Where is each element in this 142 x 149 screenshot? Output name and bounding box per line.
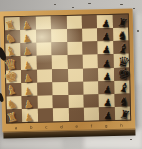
surface-mark xyxy=(137,30,139,32)
square-c2r6[interactable] xyxy=(37,95,53,108)
square-c6r2[interactable]: ♟ xyxy=(98,41,114,54)
square-c4r2[interactable] xyxy=(67,42,83,55)
square-c5r5[interactable] xyxy=(83,81,99,94)
square-c1r6[interactable]: ♟ xyxy=(22,95,38,108)
file-label: g xyxy=(105,123,108,128)
square-c6r5[interactable]: ♟ xyxy=(98,81,114,94)
square-c0r5[interactable]: ♝ xyxy=(6,83,22,96)
square-c7r1[interactable]: ♞ xyxy=(113,28,129,41)
square-c1r1[interactable]: ♟ xyxy=(20,30,36,43)
square-c1r7[interactable]: ♟ xyxy=(22,109,38,122)
board-grid: ♜♟♟♜♞♟♟♞♝♟♟♝♛♟♟♛♚♟♟♚♝♟♟♝♞♟♟♞♜♟♟♜ xyxy=(4,14,131,124)
square-c5r7[interactable] xyxy=(84,107,100,120)
square-c0r1[interactable]: ♞ xyxy=(5,30,21,43)
square-c3r7[interactable] xyxy=(53,108,69,121)
surface-mark xyxy=(72,7,74,8)
file-label: d xyxy=(60,124,63,129)
piece-black-rook[interactable]: ♜ xyxy=(119,108,132,122)
file-label: a xyxy=(15,125,18,130)
surface-mark xyxy=(88,3,91,4)
square-c7r5[interactable]: ♝ xyxy=(114,80,130,93)
piece-white-pawn[interactable]: ♟ xyxy=(24,112,34,123)
square-c7r6[interactable]: ♞ xyxy=(114,93,130,106)
square-c3r2[interactable] xyxy=(51,42,67,55)
square-c6r4[interactable]: ♟ xyxy=(98,67,114,80)
file-label: f xyxy=(91,123,93,128)
square-c7r2[interactable]: ♝ xyxy=(113,41,129,54)
square-c2r5[interactable] xyxy=(37,82,53,95)
square-c2r2[interactable] xyxy=(36,43,52,56)
square-c4r3[interactable] xyxy=(67,55,83,68)
table-reflection xyxy=(134,14,142,84)
square-c2r3[interactable] xyxy=(36,56,52,69)
square-c3r6[interactable] xyxy=(53,95,69,108)
square-c4r7[interactable] xyxy=(68,108,84,121)
square-c0r4[interactable]: ♚ xyxy=(6,70,22,83)
file-label: h xyxy=(120,123,123,128)
surface-mark xyxy=(54,4,56,5)
square-c0r6[interactable]: ♞ xyxy=(7,96,23,109)
square-c3r5[interactable] xyxy=(52,82,68,95)
square-c5r6[interactable] xyxy=(83,94,99,107)
square-c6r7[interactable]: ♟ xyxy=(99,107,115,120)
square-c6r6[interactable]: ♟ xyxy=(99,94,115,107)
square-c4r6[interactable] xyxy=(68,94,84,107)
piece-white-rook[interactable]: ♜ xyxy=(6,111,19,125)
square-c6r1[interactable]: ♟ xyxy=(97,28,113,41)
surface-mark xyxy=(130,139,132,140)
square-c3r3[interactable] xyxy=(52,55,68,68)
file-label: b xyxy=(30,125,33,130)
square-c5r2[interactable] xyxy=(82,42,98,55)
chess-photo-scene: ♜♟♟♜♞♟♟♞♝♟♟♝♛♟♟♛♚♟♟♚♝♟♟♝♞♟♟♞♜♟♟♜ abcdefg… xyxy=(0,0,142,149)
square-c3r1[interactable] xyxy=(51,29,67,42)
square-c0r7[interactable]: ♜ xyxy=(7,109,23,122)
square-c4r5[interactable] xyxy=(68,81,84,94)
square-c0r2[interactable]: ♝ xyxy=(5,43,21,56)
square-c4r4[interactable] xyxy=(67,68,83,81)
square-c2r1[interactable] xyxy=(36,29,52,42)
square-c5r4[interactable] xyxy=(83,68,99,81)
table-reflection xyxy=(0,138,62,149)
square-c5r3[interactable] xyxy=(83,55,99,68)
surface-mark xyxy=(120,4,123,5)
square-c0r3[interactable]: ♛ xyxy=(6,56,22,69)
square-c7r0[interactable]: ♜ xyxy=(112,15,128,28)
square-c1r4[interactable]: ♟ xyxy=(21,69,37,82)
square-c7r4[interactable]: ♚ xyxy=(114,67,130,80)
square-c2r7[interactable] xyxy=(38,108,54,121)
square-c5r0[interactable] xyxy=(82,15,98,28)
square-c4r1[interactable] xyxy=(67,29,83,42)
file-label: e xyxy=(75,124,78,129)
square-c7r3[interactable]: ♛ xyxy=(113,54,129,67)
file-label: c xyxy=(45,124,47,129)
surface-mark xyxy=(133,8,135,9)
square-c5r1[interactable] xyxy=(82,28,98,41)
square-c1r3[interactable]: ♟ xyxy=(21,56,37,69)
square-c1r0[interactable]: ♟ xyxy=(20,17,36,30)
square-c4r0[interactable] xyxy=(66,16,82,29)
square-c6r0[interactable]: ♟ xyxy=(97,15,113,28)
square-c2r4[interactable] xyxy=(37,69,53,82)
chess-board: ♜♟♟♜♞♟♟♞♝♟♟♝♛♟♟♛♚♟♟♚♝♟♟♝♞♟♟♞♜♟♟♜ abcdefg… xyxy=(0,9,135,133)
square-c6r3[interactable]: ♟ xyxy=(98,54,114,67)
square-c3r0[interactable] xyxy=(51,16,67,29)
piece-black-pawn[interactable]: ♟ xyxy=(103,111,113,122)
square-c2r0[interactable] xyxy=(36,16,52,29)
square-c3r4[interactable] xyxy=(52,69,68,82)
square-c1r5[interactable]: ♟ xyxy=(22,82,38,95)
square-c1r2[interactable]: ♟ xyxy=(21,43,37,56)
square-c0r0[interactable]: ♜ xyxy=(5,17,21,30)
square-c7r7[interactable]: ♜ xyxy=(114,106,130,119)
